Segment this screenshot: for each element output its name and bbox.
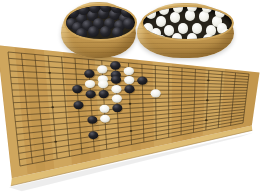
go-set-photo [0, 0, 260, 194]
star-point [206, 99, 209, 101]
white-bowl-stone [178, 23, 189, 34]
star-point [129, 103, 132, 105]
black-bowl-stone [88, 26, 99, 37]
white-bowl-stone [199, 11, 210, 22]
black-stone [99, 90, 109, 98]
black-stone [86, 90, 96, 98]
white-stone [97, 65, 107, 73]
black-stone [87, 116, 97, 124]
white-stone [98, 80, 108, 88]
white-stone [112, 95, 122, 103]
star-point [205, 119, 208, 121]
white-bowl-stone [173, 5, 184, 13]
white-bowl-stone [187, 5, 198, 12]
star-point [51, 106, 54, 108]
black-bowl-stone [100, 26, 111, 37]
black-stone [88, 131, 98, 139]
black-stone [112, 104, 122, 112]
black-stone-bowl [61, 2, 136, 58]
white-bowl-stone [156, 16, 167, 27]
white-stone [151, 89, 161, 97]
white-stone [100, 115, 110, 123]
black-bowl-stone [123, 18, 134, 29]
white-bowl-stone [146, 8, 157, 19]
black-stone [72, 85, 82, 93]
black-bowl-stone [112, 27, 123, 38]
white-stone [85, 80, 95, 88]
black-stone [137, 76, 147, 84]
white-bowl-stone [187, 33, 198, 41]
black-bowl-stone [121, 6, 132, 17]
white-stone-bowl [137, 3, 234, 58]
white-bowl-stone [170, 12, 181, 23]
white-stone [111, 85, 121, 93]
white-stone [124, 76, 134, 84]
bowl-opening-white-stones [141, 5, 234, 41]
white-bowl-stone [215, 7, 226, 18]
white-stone [124, 67, 134, 75]
star-point [207, 79, 210, 81]
black-stone [84, 70, 94, 78]
white-bowl-stone [172, 33, 183, 41]
bowl-opening-black-stones [64, 4, 137, 40]
star-point [130, 130, 133, 132]
star-point [48, 72, 51, 74]
black-stone [124, 85, 134, 93]
black-stone [111, 76, 121, 84]
black-stone [110, 61, 120, 69]
star-point [54, 141, 57, 143]
white-bowl-stone [192, 23, 203, 34]
white-stone [99, 105, 109, 113]
white-bowl-stone [185, 10, 196, 21]
black-stone [73, 101, 83, 109]
